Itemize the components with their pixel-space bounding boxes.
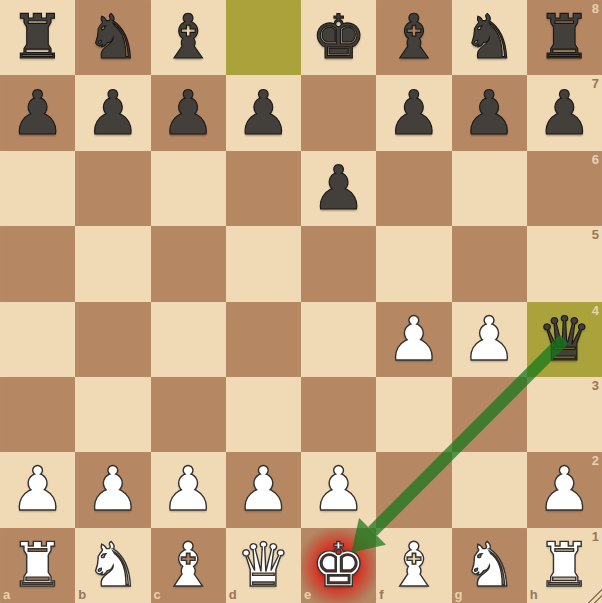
square-f3[interactable] (376, 377, 451, 452)
square-d1[interactable]: ♛d (226, 528, 301, 603)
square-b2[interactable]: ♟ (75, 452, 150, 527)
square-a8[interactable]: ♜ (0, 0, 75, 75)
square-c3[interactable] (151, 377, 226, 452)
square-h4[interactable]: ♛4 (527, 302, 602, 377)
white-pawn[interactable]: ♟ (387, 308, 442, 369)
square-c2[interactable]: ♟ (151, 452, 226, 527)
square-d4[interactable] (226, 302, 301, 377)
coord-rank-6: 6 (592, 152, 599, 167)
black-pawn[interactable]: ♟ (161, 82, 216, 143)
square-e3[interactable] (301, 377, 376, 452)
white-bishop[interactable]: ♝ (161, 534, 216, 595)
resize-handle[interactable] (587, 588, 602, 603)
black-pawn[interactable]: ♟ (462, 82, 517, 143)
black-bishop[interactable]: ♝ (161, 6, 216, 67)
square-g3[interactable] (452, 377, 527, 452)
square-b3[interactable] (75, 377, 150, 452)
coord-file-f: f (379, 587, 383, 602)
square-c4[interactable] (151, 302, 226, 377)
square-b8[interactable]: ♞ (75, 0, 150, 75)
square-d3[interactable] (226, 377, 301, 452)
square-f2[interactable] (376, 452, 451, 527)
square-g6[interactable] (452, 151, 527, 226)
square-g5[interactable] (452, 226, 527, 301)
square-a1[interactable]: ♜a (0, 528, 75, 603)
square-c1[interactable]: ♝c (151, 528, 226, 603)
coord-rank-4: 4 (592, 303, 599, 318)
square-b5[interactable] (75, 226, 150, 301)
white-rook[interactable]: ♜ (537, 534, 592, 595)
coord-file-a: a (3, 587, 10, 602)
square-h6[interactable]: 6 (527, 151, 602, 226)
square-c5[interactable] (151, 226, 226, 301)
black-king[interactable]: ♚ (311, 6, 366, 67)
white-pawn[interactable]: ♟ (236, 458, 291, 519)
black-rook[interactable]: ♜ (10, 6, 65, 67)
square-f7[interactable]: ♟ (376, 75, 451, 150)
square-c8[interactable]: ♝ (151, 0, 226, 75)
square-h8[interactable]: ♜8 (527, 0, 602, 75)
black-pawn[interactable]: ♟ (10, 82, 65, 143)
coord-rank-5: 5 (592, 227, 599, 242)
square-f4[interactable]: ♟ (376, 302, 451, 377)
square-e8[interactable]: ♚ (301, 0, 376, 75)
white-knight[interactable]: ♞ (462, 534, 517, 595)
chess-board: ♜♞♝♚♝♞♜8♟♟♟♟♟♟♟7♟65♟♟♛43♟♟♟♟♟♟2♜a♞b♝c♛d♚… (0, 0, 602, 603)
square-a7[interactable]: ♟ (0, 75, 75, 150)
square-f5[interactable] (376, 226, 451, 301)
square-c6[interactable] (151, 151, 226, 226)
white-king[interactable]: ♚ (311, 534, 366, 595)
square-d5[interactable] (226, 226, 301, 301)
white-pawn[interactable]: ♟ (86, 458, 141, 519)
square-d7[interactable]: ♟ (226, 75, 301, 150)
black-knight[interactable]: ♞ (86, 6, 141, 67)
black-pawn[interactable]: ♟ (236, 82, 291, 143)
black-queen[interactable]: ♛ (537, 308, 592, 369)
coord-rank-7: 7 (592, 76, 599, 91)
square-b1[interactable]: ♞b (75, 528, 150, 603)
square-a6[interactable] (0, 151, 75, 226)
square-h7[interactable]: ♟7 (527, 75, 602, 150)
square-d8[interactable] (226, 0, 301, 75)
black-pawn[interactable]: ♟ (311, 157, 366, 218)
coord-rank-8: 8 (592, 1, 599, 16)
white-pawn[interactable]: ♟ (462, 308, 517, 369)
white-pawn[interactable]: ♟ (161, 458, 216, 519)
square-f8[interactable]: ♝ (376, 0, 451, 75)
square-a5[interactable] (0, 226, 75, 301)
white-pawn[interactable]: ♟ (10, 458, 65, 519)
square-c7[interactable]: ♟ (151, 75, 226, 150)
square-g2[interactable] (452, 452, 527, 527)
square-g7[interactable]: ♟ (452, 75, 527, 150)
square-b6[interactable] (75, 151, 150, 226)
black-knight[interactable]: ♞ (462, 6, 517, 67)
white-bishop[interactable]: ♝ (387, 534, 442, 595)
square-g4[interactable]: ♟ (452, 302, 527, 377)
square-g1[interactable]: ♞g (452, 528, 527, 603)
white-pawn[interactable]: ♟ (311, 458, 366, 519)
square-a3[interactable] (0, 377, 75, 452)
square-f6[interactable] (376, 151, 451, 226)
square-b4[interactable] (75, 302, 150, 377)
square-d2[interactable]: ♟ (226, 452, 301, 527)
square-e4[interactable] (301, 302, 376, 377)
coord-file-e: e (304, 587, 311, 602)
chess-board-container: ♜♞♝♚♝♞♜8♟♟♟♟♟♟♟7♟65♟♟♛43♟♟♟♟♟♟2♜a♞b♝c♛d♚… (0, 0, 602, 603)
square-d6[interactable] (226, 151, 301, 226)
square-b7[interactable]: ♟ (75, 75, 150, 150)
white-queen[interactable]: ♛ (236, 534, 291, 595)
square-e1[interactable]: ♚e (301, 528, 376, 603)
coord-file-c: c (154, 587, 161, 602)
coord-rank-3: 3 (592, 378, 599, 393)
white-knight[interactable]: ♞ (86, 534, 141, 595)
square-e2[interactable]: ♟ (301, 452, 376, 527)
coord-rank-1: 1 (592, 529, 599, 544)
black-pawn[interactable]: ♟ (537, 82, 592, 143)
square-e6[interactable]: ♟ (301, 151, 376, 226)
black-pawn[interactable]: ♟ (387, 82, 442, 143)
square-e5[interactable] (301, 226, 376, 301)
square-a2[interactable]: ♟ (0, 452, 75, 527)
square-f1[interactable]: ♝f (376, 528, 451, 603)
coord-rank-2: 2 (592, 453, 599, 468)
square-h5[interactable]: 5 (527, 226, 602, 301)
black-rook[interactable]: ♜ (537, 6, 592, 67)
square-h2[interactable]: ♟2 (527, 452, 602, 527)
square-a4[interactable] (0, 302, 75, 377)
square-h3[interactable]: 3 (527, 377, 602, 452)
black-pawn[interactable]: ♟ (86, 82, 141, 143)
black-bishop[interactable]: ♝ (387, 6, 442, 67)
square-g8[interactable]: ♞ (452, 0, 527, 75)
white-pawn[interactable]: ♟ (537, 458, 592, 519)
square-e7[interactable] (301, 75, 376, 150)
white-rook[interactable]: ♜ (10, 534, 65, 595)
